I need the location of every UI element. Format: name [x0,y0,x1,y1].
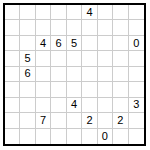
clue-number: 6 [55,38,61,49]
empty-cell[interactable] [129,113,144,128]
empty-cell[interactable] [20,98,35,113]
empty-cell[interactable] [98,113,113,128]
empty-cell[interactable] [113,129,128,144]
clue-number: 5 [25,53,31,64]
empty-cell[interactable] [129,82,144,97]
empty-cell[interactable] [129,67,144,82]
empty-cell[interactable] [20,20,35,35]
empty-cell[interactable] [5,20,20,35]
empty-cell[interactable] [51,129,66,144]
clue-cell: 6 [51,36,66,51]
clue-number: 0 [133,38,139,49]
empty-cell[interactable] [82,98,97,113]
puzzle-screen: 4465056437220 [0,0,150,150]
clue-cell: 4 [67,98,82,113]
clue-cell: 5 [67,36,82,51]
clue-cell: 2 [113,113,128,128]
empty-cell[interactable] [5,129,20,144]
empty-cell[interactable] [113,20,128,35]
empty-cell[interactable] [129,51,144,66]
empty-cell[interactable] [113,36,128,51]
clue-number: 7 [40,115,46,126]
empty-cell[interactable] [5,113,20,128]
empty-cell[interactable] [67,82,82,97]
empty-cell[interactable] [5,82,20,97]
empty-cell[interactable] [113,5,128,20]
clue-cell: 0 [98,129,113,144]
clue-cell: 4 [36,36,51,51]
empty-cell[interactable] [98,82,113,97]
empty-cell[interactable] [98,20,113,35]
empty-cell[interactable] [20,113,35,128]
empty-cell[interactable] [67,51,82,66]
empty-cell[interactable] [113,82,128,97]
clue-number: 3 [133,99,139,110]
empty-cell[interactable] [98,51,113,66]
empty-cell[interactable] [113,67,128,82]
clue-number: 0 [102,131,108,142]
empty-cell[interactable] [98,5,113,20]
empty-cell[interactable] [113,51,128,66]
empty-cell[interactable] [67,5,82,20]
empty-cell[interactable] [67,20,82,35]
empty-cell[interactable] [51,51,66,66]
clue-cell: 6 [20,67,35,82]
empty-cell[interactable] [82,82,97,97]
empty-cell[interactable] [36,98,51,113]
clue-number: 2 [117,115,123,126]
empty-cell[interactable] [98,98,113,113]
empty-cell[interactable] [5,51,20,66]
clue-cell: 5 [20,51,35,66]
empty-cell[interactable] [82,129,97,144]
empty-cell[interactable] [5,67,20,82]
clue-number: 4 [71,99,77,110]
clue-cell: 3 [129,98,144,113]
empty-cell[interactable] [129,5,144,20]
empty-cell[interactable] [51,67,66,82]
empty-cell[interactable] [82,36,97,51]
empty-cell[interactable] [36,51,51,66]
empty-cell[interactable] [51,82,66,97]
empty-cell[interactable] [36,82,51,97]
clue-cell: 4 [82,5,97,20]
clue-number: 5 [71,38,77,49]
clue-cell: 7 [36,113,51,128]
empty-cell[interactable] [129,129,144,144]
empty-cell[interactable] [20,36,35,51]
clue-number: 4 [40,38,46,49]
empty-cell[interactable] [20,129,35,144]
empty-cell[interactable] [20,82,35,97]
empty-cell[interactable] [5,36,20,51]
empty-cell[interactable] [67,129,82,144]
empty-cell[interactable] [67,113,82,128]
empty-cell[interactable] [82,51,97,66]
empty-cell[interactable] [51,113,66,128]
empty-cell[interactable] [36,67,51,82]
empty-cell[interactable] [129,20,144,35]
empty-cell[interactable] [5,98,20,113]
empty-cell[interactable] [82,67,97,82]
clue-number: 4 [86,7,92,18]
empty-cell[interactable] [51,98,66,113]
puzzle-board: 4465056437220 [3,3,146,146]
clue-number: 2 [86,115,92,126]
clue-cell: 2 [82,113,97,128]
empty-cell[interactable] [98,67,113,82]
empty-cell[interactable] [67,67,82,82]
empty-cell[interactable] [36,5,51,20]
empty-cell[interactable] [51,20,66,35]
empty-cell[interactable] [36,129,51,144]
empty-cell[interactable] [51,5,66,20]
empty-cell[interactable] [20,5,35,20]
empty-cell[interactable] [98,36,113,51]
clue-number: 6 [25,68,31,79]
empty-cell[interactable] [5,5,20,20]
empty-cell[interactable] [36,20,51,35]
empty-cell[interactable] [113,98,128,113]
clue-cell: 0 [129,36,144,51]
empty-cell[interactable] [82,20,97,35]
